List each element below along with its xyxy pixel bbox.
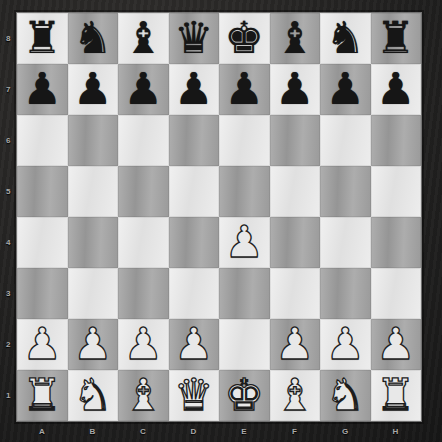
square-a3[interactable] xyxy=(17,268,68,319)
piece-white-bishop[interactable]: ♝ xyxy=(124,373,163,417)
square-b8[interactable]: ♞ xyxy=(68,13,119,64)
piece-white-pawn[interactable]: ♟ xyxy=(23,322,62,366)
square-h7[interactable]: ♟ xyxy=(371,64,422,115)
square-g8[interactable]: ♞ xyxy=(320,13,371,64)
square-h4[interactable] xyxy=(371,217,422,268)
piece-black-rook[interactable]: ♜ xyxy=(23,16,62,60)
rank-label-3: 3 xyxy=(0,268,17,319)
piece-white-knight[interactable]: ♞ xyxy=(326,373,365,417)
square-e6[interactable] xyxy=(219,115,270,166)
square-h2[interactable]: ♟ xyxy=(371,319,422,370)
square-c2[interactable]: ♟ xyxy=(118,319,169,370)
piece-white-pawn[interactable]: ♟ xyxy=(174,322,213,366)
rank-label-4: 4 xyxy=(0,217,17,268)
file-label-f: F xyxy=(270,423,321,439)
square-d3[interactable] xyxy=(169,268,220,319)
square-f4[interactable] xyxy=(270,217,321,268)
piece-white-rook[interactable]: ♜ xyxy=(376,373,415,417)
square-g6[interactable] xyxy=(320,115,371,166)
piece-black-pawn[interactable]: ♟ xyxy=(326,67,365,111)
piece-white-bishop[interactable]: ♝ xyxy=(275,373,314,417)
piece-black-rook[interactable]: ♜ xyxy=(376,16,415,60)
square-f5[interactable] xyxy=(270,166,321,217)
rank-label-1: 1 xyxy=(0,370,17,421)
square-f6[interactable] xyxy=(270,115,321,166)
square-c3[interactable] xyxy=(118,268,169,319)
piece-white-knight[interactable]: ♞ xyxy=(73,373,112,417)
piece-black-pawn[interactable]: ♟ xyxy=(124,67,163,111)
square-g7[interactable]: ♟ xyxy=(320,64,371,115)
rank-label-2: 2 xyxy=(0,319,17,370)
square-c8[interactable]: ♝ xyxy=(118,13,169,64)
square-g1[interactable]: ♞ xyxy=(320,370,371,421)
square-d7[interactable]: ♟ xyxy=(169,64,220,115)
square-h8[interactable]: ♜ xyxy=(371,13,422,64)
piece-black-pawn[interactable]: ♟ xyxy=(73,67,112,111)
square-c5[interactable] xyxy=(118,166,169,217)
piece-black-pawn[interactable]: ♟ xyxy=(376,67,415,111)
square-f3[interactable] xyxy=(270,268,321,319)
rank-label-5: 5 xyxy=(0,166,17,217)
square-e7[interactable]: ♟ xyxy=(219,64,270,115)
square-a8[interactable]: ♜ xyxy=(17,13,68,64)
square-b6[interactable] xyxy=(68,115,119,166)
piece-black-pawn[interactable]: ♟ xyxy=(225,67,264,111)
square-a2[interactable]: ♟ xyxy=(17,319,68,370)
piece-white-pawn[interactable]: ♟ xyxy=(73,322,112,366)
square-a5[interactable] xyxy=(17,166,68,217)
square-a7[interactable]: ♟ xyxy=(17,64,68,115)
square-c7[interactable]: ♟ xyxy=(118,64,169,115)
square-h3[interactable] xyxy=(371,268,422,319)
piece-white-pawn[interactable]: ♟ xyxy=(376,322,415,366)
piece-black-king[interactable]: ♚ xyxy=(225,16,264,60)
rank-label-7: 7 xyxy=(0,64,17,115)
piece-white-pawn[interactable]: ♟ xyxy=(225,220,264,264)
rank-coordinates: 87654321 xyxy=(0,13,17,421)
piece-black-bishop[interactable]: ♝ xyxy=(275,16,314,60)
square-g5[interactable] xyxy=(320,166,371,217)
square-b4[interactable] xyxy=(68,217,119,268)
piece-white-pawn[interactable]: ♟ xyxy=(326,322,365,366)
square-h5[interactable] xyxy=(371,166,422,217)
file-label-d: D xyxy=(169,423,220,439)
piece-white-pawn[interactable]: ♟ xyxy=(275,322,314,366)
piece-white-queen[interactable]: ♛ xyxy=(174,373,213,417)
file-label-b: B xyxy=(68,423,119,439)
square-d5[interactable] xyxy=(169,166,220,217)
square-a1[interactable]: ♜ xyxy=(17,370,68,421)
square-c4[interactable] xyxy=(118,217,169,268)
square-a4[interactable] xyxy=(17,217,68,268)
square-e4[interactable]: ♟ xyxy=(219,217,270,268)
piece-black-queen[interactable]: ♛ xyxy=(174,16,213,60)
square-d4[interactable] xyxy=(169,217,220,268)
square-b7[interactable]: ♟ xyxy=(68,64,119,115)
square-h1[interactable]: ♜ xyxy=(371,370,422,421)
square-f2[interactable]: ♟ xyxy=(270,319,321,370)
rank-label-8: 8 xyxy=(0,13,17,64)
square-g2[interactable]: ♟ xyxy=(320,319,371,370)
square-b2[interactable]: ♟ xyxy=(68,319,119,370)
square-e2[interactable] xyxy=(219,319,270,370)
piece-black-knight[interactable]: ♞ xyxy=(326,16,365,60)
chessboard: ♜♞♝♛♚♝♞♜♟♟♟♟♟♟♟♟♟♟♟♟♟♟♟♟♜♞♝♛♚♝♞♜ xyxy=(17,13,421,421)
piece-black-knight[interactable]: ♞ xyxy=(73,16,112,60)
square-f7[interactable]: ♟ xyxy=(270,64,321,115)
piece-black-pawn[interactable]: ♟ xyxy=(174,67,213,111)
piece-black-pawn[interactable]: ♟ xyxy=(275,67,314,111)
square-e1[interactable]: ♚ xyxy=(219,370,270,421)
square-d1[interactable]: ♛ xyxy=(169,370,220,421)
square-b1[interactable]: ♞ xyxy=(68,370,119,421)
piece-black-bishop[interactable]: ♝ xyxy=(124,16,163,60)
piece-black-pawn[interactable]: ♟ xyxy=(23,67,62,111)
square-h6[interactable] xyxy=(371,115,422,166)
piece-white-rook[interactable]: ♜ xyxy=(23,373,62,417)
square-b3[interactable] xyxy=(68,268,119,319)
file-label-e: E xyxy=(219,423,270,439)
piece-white-king[interactable]: ♚ xyxy=(225,373,264,417)
square-e5[interactable] xyxy=(219,166,270,217)
rank-label-6: 6 xyxy=(0,115,17,166)
file-coordinates: ABCDEFGH xyxy=(17,423,421,439)
square-d6[interactable] xyxy=(169,115,220,166)
square-d2[interactable]: ♟ xyxy=(169,319,220,370)
square-e3[interactable] xyxy=(219,268,270,319)
square-g4[interactable] xyxy=(320,217,371,268)
file-label-c: C xyxy=(118,423,169,439)
chess-app-window: ♜♞♝♛♚♝♞♜♟♟♟♟♟♟♟♟♟♟♟♟♟♟♟♟♜♞♝♛♚♝♞♜ 8765432… xyxy=(0,0,442,442)
file-label-a: A xyxy=(17,423,68,439)
piece-white-pawn[interactable]: ♟ xyxy=(124,322,163,366)
square-b5[interactable] xyxy=(68,166,119,217)
file-label-g: G xyxy=(320,423,371,439)
square-f1[interactable]: ♝ xyxy=(270,370,321,421)
file-label-h: H xyxy=(371,423,422,439)
square-d8[interactable]: ♛ xyxy=(169,13,220,64)
square-c1[interactable]: ♝ xyxy=(118,370,169,421)
square-a6[interactable] xyxy=(17,115,68,166)
square-f8[interactable]: ♝ xyxy=(270,13,321,64)
square-c6[interactable] xyxy=(118,115,169,166)
square-g3[interactable] xyxy=(320,268,371,319)
square-e8[interactable]: ♚ xyxy=(219,13,270,64)
